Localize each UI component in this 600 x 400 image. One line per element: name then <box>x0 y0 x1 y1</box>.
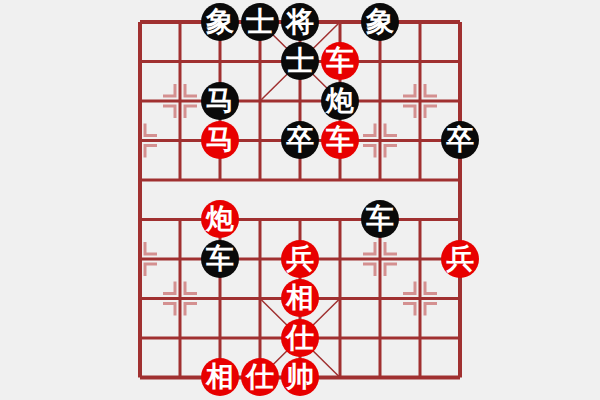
piece-black-elephant[interactable]: 象 <box>361 3 399 41</box>
piece-red-cannon[interactable]: 炮 <box>201 200 239 238</box>
board-point-1-7[interactable] <box>160 279 200 319</box>
board-point-2-7[interactable] <box>200 279 240 319</box>
board-point-7-6[interactable] <box>400 239 440 279</box>
board-point-4-0[interactable]: 将 <box>280 2 320 42</box>
board-point-1-8[interactable] <box>160 318 200 358</box>
board-point-5-1[interactable]: 车 <box>320 42 360 82</box>
board-point-7-7[interactable] <box>400 279 440 319</box>
board-point-1-5[interactable] <box>160 200 200 240</box>
piece-red-advisor[interactable]: 仕 <box>241 358 279 396</box>
piece-black-cannon[interactable]: 炮 <box>321 82 359 120</box>
piece-black-soldier[interactable]: 卒 <box>281 121 319 159</box>
board-point-0-3[interactable] <box>120 121 160 161</box>
piece-black-horse[interactable]: 马 <box>201 82 239 120</box>
board-point-6-0[interactable]: 象 <box>360 2 400 42</box>
board-point-3-5[interactable] <box>240 200 280 240</box>
board-point-6-2[interactable] <box>360 81 400 121</box>
piece-red-advisor[interactable]: 仕 <box>281 319 319 357</box>
board-point-1-4[interactable] <box>160 160 200 200</box>
board-point-6-7[interactable] <box>360 279 400 319</box>
piece-red-soldier[interactable]: 兵 <box>281 240 319 278</box>
board-point-0-9[interactable] <box>120 358 160 398</box>
board-point-4-4[interactable] <box>280 160 320 200</box>
board-point-6-6[interactable] <box>360 239 400 279</box>
piece-red-chariot[interactable]: 车 <box>321 121 359 159</box>
board-point-7-2[interactable] <box>400 81 440 121</box>
board-point-4-7[interactable]: 相 <box>280 279 320 319</box>
board-point-3-4[interactable] <box>240 160 280 200</box>
piece-red-chariot[interactable]: 车 <box>321 42 359 80</box>
board-point-1-9[interactable] <box>160 358 200 398</box>
board-point-2-8[interactable] <box>200 318 240 358</box>
board-point-8-4[interactable] <box>440 160 480 200</box>
board-point-1-1[interactable] <box>160 42 200 82</box>
board-point-0-7[interactable] <box>120 279 160 319</box>
board-point-5-3[interactable]: 车 <box>320 121 360 161</box>
board-point-8-7[interactable] <box>440 279 480 319</box>
board-point-3-1[interactable] <box>240 42 280 82</box>
board-points: 象士将象士车马炮马卒车卒炮车车兵兵相仕相仕帅 <box>120 2 480 397</box>
board-point-3-2[interactable] <box>240 81 280 121</box>
board-point-2-2[interactable]: 马 <box>200 81 240 121</box>
board-point-8-6[interactable]: 兵 <box>440 239 480 279</box>
board-point-2-9[interactable]: 相 <box>200 358 240 398</box>
xiangqi-board: 象士将象士车马炮马卒车卒炮车车兵兵相仕相仕帅 <box>0 0 600 400</box>
board-point-0-1[interactable] <box>120 42 160 82</box>
board-point-7-1[interactable] <box>400 42 440 82</box>
board-point-3-8[interactable] <box>240 318 280 358</box>
board-point-7-8[interactable] <box>400 318 440 358</box>
board-point-4-3[interactable]: 卒 <box>280 121 320 161</box>
board-point-4-5[interactable] <box>280 200 320 240</box>
board-point-8-2[interactable] <box>440 81 480 121</box>
board-point-6-3[interactable] <box>360 121 400 161</box>
board-point-7-4[interactable] <box>400 160 440 200</box>
board-point-3-9[interactable]: 仕 <box>240 358 280 398</box>
board-point-5-9[interactable] <box>320 358 360 398</box>
board-point-1-2[interactable] <box>160 81 200 121</box>
board-point-5-5[interactable] <box>320 200 360 240</box>
board-point-8-3[interactable]: 卒 <box>440 121 480 161</box>
board-point-6-9[interactable] <box>360 358 400 398</box>
board-point-4-1[interactable]: 士 <box>280 42 320 82</box>
piece-red-horse[interactable]: 马 <box>201 121 239 159</box>
piece-black-advisor[interactable]: 士 <box>241 3 279 41</box>
board-point-8-8[interactable] <box>440 318 480 358</box>
piece-red-elephant[interactable]: 相 <box>201 358 239 396</box>
board-point-8-9[interactable] <box>440 358 480 398</box>
board-point-3-3[interactable] <box>240 121 280 161</box>
board-point-7-0[interactable] <box>400 2 440 42</box>
board-point-4-9[interactable]: 帅 <box>280 358 320 398</box>
piece-black-elephant[interactable]: 象 <box>201 3 239 41</box>
board-point-1-0[interactable] <box>160 2 200 42</box>
board-point-0-8[interactable] <box>120 318 160 358</box>
board-point-3-6[interactable] <box>240 239 280 279</box>
board-point-2-5[interactable]: 炮 <box>200 200 240 240</box>
board-point-1-3[interactable] <box>160 121 200 161</box>
piece-red-soldier[interactable]: 兵 <box>441 240 479 278</box>
board-point-3-7[interactable] <box>240 279 280 319</box>
board-point-7-9[interactable] <box>400 358 440 398</box>
piece-red-elephant[interactable]: 相 <box>281 279 319 317</box>
board-point-8-1[interactable] <box>440 42 480 82</box>
board-point-2-4[interactable] <box>200 160 240 200</box>
board-point-4-6[interactable]: 兵 <box>280 239 320 279</box>
board-point-5-4[interactable] <box>320 160 360 200</box>
board-point-5-8[interactable] <box>320 318 360 358</box>
board-point-6-8[interactable] <box>360 318 400 358</box>
board-point-5-0[interactable] <box>320 2 360 42</box>
board-point-6-5[interactable]: 车 <box>360 200 400 240</box>
piece-black-chariot[interactable]: 车 <box>201 240 239 278</box>
board-point-4-8[interactable]: 仕 <box>280 318 320 358</box>
board-point-2-6[interactable]: 车 <box>200 239 240 279</box>
board-point-8-5[interactable] <box>440 200 480 240</box>
board-point-5-2[interactable]: 炮 <box>320 81 360 121</box>
board-point-2-1[interactable] <box>200 42 240 82</box>
board-point-0-2[interactable] <box>120 81 160 121</box>
board-point-2-0[interactable]: 象 <box>200 2 240 42</box>
board-point-0-6[interactable] <box>120 239 160 279</box>
board-point-1-6[interactable] <box>160 239 200 279</box>
piece-black-chariot[interactable]: 车 <box>361 200 399 238</box>
piece-black-soldier[interactable]: 卒 <box>441 121 479 159</box>
piece-black-advisor[interactable]: 士 <box>281 42 319 80</box>
board-point-7-5[interactable] <box>400 200 440 240</box>
board-point-7-3[interactable] <box>400 121 440 161</box>
piece-black-general[interactable]: 将 <box>281 3 319 41</box>
board-point-5-7[interactable] <box>320 279 360 319</box>
board-point-2-3[interactable]: 马 <box>200 121 240 161</box>
piece-red-general[interactable]: 帅 <box>281 358 319 396</box>
board-point-5-6[interactable] <box>320 239 360 279</box>
board-point-8-0[interactable] <box>440 2 480 42</box>
board-point-0-5[interactable] <box>120 200 160 240</box>
board-point-6-1[interactable] <box>360 42 400 82</box>
board-point-6-4[interactable] <box>360 160 400 200</box>
board-point-3-0[interactable]: 士 <box>240 2 280 42</box>
board-point-0-0[interactable] <box>120 2 160 42</box>
board-point-4-2[interactable] <box>280 81 320 121</box>
board-point-0-4[interactable] <box>120 160 160 200</box>
